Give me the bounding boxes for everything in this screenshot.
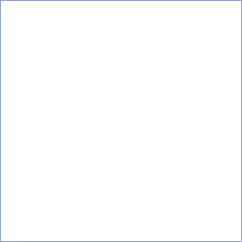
chess-board xyxy=(0,0,242,242)
